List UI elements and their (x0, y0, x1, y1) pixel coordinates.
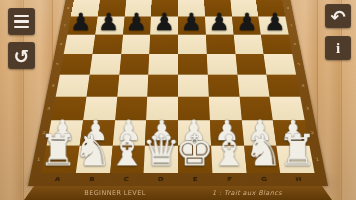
undo-button[interactable]: ↶ (325, 4, 351, 28)
square-h7[interactable]: ♟ (258, 17, 288, 35)
black-pawn[interactable]: ♟ (98, 10, 119, 34)
reset-button[interactable]: ↺ (8, 42, 35, 69)
white-knight[interactable]: ♞ (244, 129, 283, 172)
square-b7[interactable]: ♟ (95, 17, 124, 35)
board-squares: ♜♞♝♛♚♝♞♜♟♟♟♟♟♟♟♟♟♟♟♟♟♟♟♟♜♞♝♛♚♝♞♜ (41, 0, 314, 173)
file-label-a: A (40, 176, 76, 182)
file-label-h: H (281, 176, 317, 182)
square-f6[interactable] (206, 35, 235, 54)
square-b6[interactable] (92, 35, 122, 54)
file-label-c: C (109, 176, 144, 182)
white-rook[interactable]: ♜ (278, 129, 317, 172)
square-f4[interactable] (208, 75, 240, 97)
board-frame-bottom: ABCDEFGH (28, 173, 328, 186)
square-c1[interactable]: ♝ (110, 146, 145, 173)
square-d1[interactable]: ♛ (144, 146, 178, 173)
square-a6[interactable] (64, 35, 95, 54)
rank-label-4: 4 (51, 84, 54, 87)
square-d4[interactable] (147, 75, 178, 97)
rank-label-7: 7 (290, 24, 293, 27)
rank-label-3: 3 (47, 107, 50, 110)
black-pawn[interactable]: ♟ (71, 10, 92, 34)
white-bishop[interactable]: ♝ (107, 129, 146, 172)
black-pawn[interactable]: ♟ (181, 10, 202, 34)
rank-label-4: 4 (301, 84, 304, 87)
file-label-f: F (212, 176, 247, 182)
square-f1[interactable]: ♝ (211, 146, 246, 173)
turn-indicator: 1 : Trait aux Blancs (212, 189, 282, 197)
square-g6[interactable] (233, 35, 263, 54)
square-f7[interactable]: ♟ (205, 17, 234, 35)
chess-app-screen: 87654321 ♜♞♝♛♚♝♞♜♟♟♟♟♟♟♟♟♟♟♟♟♟♟♟♟♜♞♝♛♚♝♞… (0, 0, 356, 200)
white-bishop[interactable]: ♝ (210, 129, 249, 172)
square-h6[interactable] (261, 35, 292, 54)
square-a7[interactable]: ♟ (67, 17, 97, 35)
square-g1[interactable]: ♞ (244, 146, 281, 173)
square-a5[interactable] (60, 54, 92, 75)
black-pawn[interactable]: ♟ (126, 10, 147, 34)
square-b4[interactable] (86, 75, 119, 97)
file-label-b: B (74, 176, 109, 182)
square-a4[interactable] (56, 75, 90, 97)
black-pawn[interactable]: ♟ (264, 10, 285, 34)
square-g7[interactable]: ♟ (232, 17, 261, 35)
rank-label-6: 6 (60, 43, 63, 46)
file-label-d: D (143, 176, 178, 182)
rank-label-3: 3 (306, 107, 309, 110)
rank-label-6: 6 (293, 43, 296, 46)
rotate-reset-icon: ↺ (14, 45, 30, 67)
square-f5[interactable] (207, 54, 238, 75)
file-label-g: G (247, 176, 282, 182)
white-rook[interactable]: ♜ (39, 129, 78, 172)
square-e4[interactable] (178, 75, 209, 97)
black-pawn[interactable]: ♟ (153, 10, 174, 34)
square-e1[interactable]: ♚ (178, 146, 212, 173)
info-icon: i (336, 40, 340, 57)
board-front-face: BEGINNER LEVEL 1 : Trait aux Blancs (24, 186, 332, 200)
square-h5[interactable] (264, 54, 296, 75)
square-b5[interactable] (89, 54, 120, 75)
square-c7[interactable]: ♟ (123, 17, 152, 35)
white-king[interactable]: ♚ (176, 129, 215, 172)
info-button[interactable]: i (325, 36, 351, 60)
level-label: BEGINNER LEVEL (84, 189, 145, 197)
square-d7[interactable]: ♟ (150, 17, 178, 35)
square-d5[interactable] (148, 54, 178, 75)
square-e6[interactable] (178, 35, 207, 54)
undo-arrow-icon: ↶ (330, 6, 345, 27)
square-c5[interactable] (119, 54, 150, 75)
rank-label-5: 5 (56, 63, 59, 66)
square-e5[interactable] (178, 54, 208, 75)
square-h1[interactable]: ♜ (277, 146, 315, 173)
chess-board: 87654321 ♜♞♝♛♚♝♞♜♟♟♟♟♟♟♟♟♟♟♟♟♟♟♟♟♜♞♝♛♚♝♞… (28, 0, 328, 186)
square-h4[interactable] (267, 75, 301, 97)
black-pawn[interactable]: ♟ (209, 10, 230, 34)
square-g5[interactable] (235, 54, 266, 75)
rank-label-5: 5 (297, 63, 300, 66)
file-labels: ABCDEFGH (40, 176, 317, 182)
square-g4[interactable] (237, 75, 270, 97)
white-knight[interactable]: ♞ (73, 129, 112, 172)
square-c4[interactable] (117, 75, 149, 97)
square-e7[interactable]: ♟ (178, 17, 206, 35)
square-d6[interactable] (149, 35, 178, 54)
file-label-e: E (178, 176, 213, 182)
menu-button[interactable] (8, 8, 35, 35)
black-pawn[interactable]: ♟ (236, 10, 257, 34)
square-c6[interactable] (121, 35, 150, 54)
hamburger-icon (14, 15, 29, 18)
rank-label-7: 7 (63, 24, 66, 27)
